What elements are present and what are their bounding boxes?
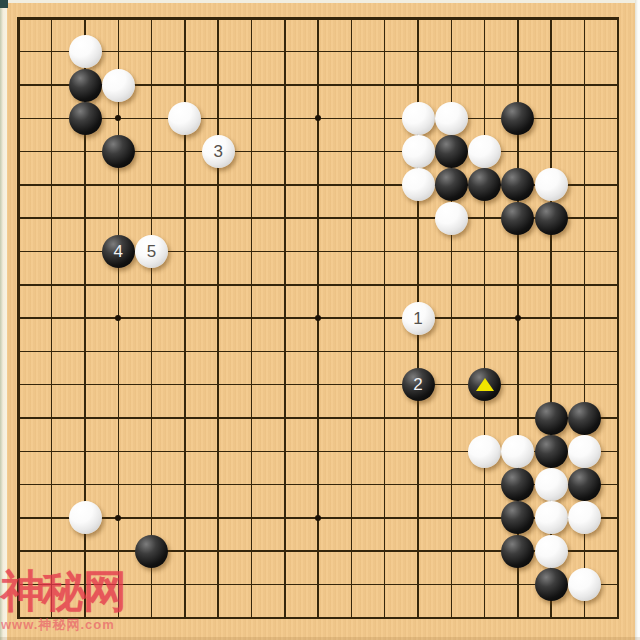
white-stone: 3 bbox=[202, 135, 235, 168]
star-point bbox=[315, 115, 321, 121]
black-stone bbox=[568, 468, 601, 501]
grid-line-horizontal bbox=[17, 584, 619, 586]
white-stone bbox=[568, 568, 601, 601]
black-stone bbox=[568, 402, 601, 435]
black-stone bbox=[468, 368, 501, 401]
left-border-strip bbox=[0, 0, 7, 640]
black-stone: 4 bbox=[102, 235, 135, 268]
grid-line-vertical bbox=[484, 17, 486, 619]
triangle-mark-icon bbox=[476, 378, 494, 391]
white-stone bbox=[69, 35, 102, 68]
move-number-label: 4 bbox=[114, 243, 123, 260]
star-point bbox=[515, 315, 521, 321]
star-point bbox=[115, 315, 121, 321]
black-stone bbox=[69, 69, 102, 102]
grid-line-vertical bbox=[617, 17, 619, 619]
move-number-label: 1 bbox=[413, 310, 422, 327]
grid-line-vertical bbox=[384, 17, 386, 619]
white-stone bbox=[402, 168, 435, 201]
star-point bbox=[315, 515, 321, 521]
white-stone bbox=[535, 535, 568, 568]
watermark-site-name: 神秘网 bbox=[1, 569, 221, 613]
white-stone bbox=[535, 468, 568, 501]
white-stone bbox=[535, 501, 568, 534]
white-stone bbox=[435, 202, 468, 235]
black-stone bbox=[435, 168, 468, 201]
white-stone: 5 bbox=[135, 235, 168, 268]
star-point bbox=[115, 515, 121, 521]
white-stone bbox=[468, 135, 501, 168]
star-point bbox=[115, 115, 121, 121]
black-stone bbox=[501, 202, 534, 235]
white-stone bbox=[535, 168, 568, 201]
white-stone bbox=[102, 69, 135, 102]
black-stone bbox=[501, 501, 534, 534]
black-stone: 2 bbox=[402, 368, 435, 401]
corner-chip bbox=[0, 0, 8, 8]
go-diagram: 34512 神秘网 www.神秘网.com bbox=[0, 0, 640, 640]
white-stone bbox=[402, 102, 435, 135]
grid-line-horizontal bbox=[17, 384, 619, 386]
black-stone bbox=[535, 202, 568, 235]
move-number-label: 3 bbox=[213, 143, 222, 160]
black-stone bbox=[501, 468, 534, 501]
black-stone bbox=[535, 435, 568, 468]
white-stone bbox=[568, 501, 601, 534]
black-stone bbox=[501, 168, 534, 201]
black-stone bbox=[102, 135, 135, 168]
white-stone bbox=[568, 435, 601, 468]
white-stone bbox=[435, 102, 468, 135]
black-stone bbox=[501, 535, 534, 568]
white-stone bbox=[402, 135, 435, 168]
white-stone bbox=[501, 435, 534, 468]
top-border-strip bbox=[0, 0, 640, 3]
right-border-strip bbox=[635, 0, 640, 640]
black-stone bbox=[535, 568, 568, 601]
grid-line-horizontal bbox=[17, 417, 619, 419]
black-stone bbox=[135, 535, 168, 568]
black-stone bbox=[535, 402, 568, 435]
white-stone bbox=[69, 501, 102, 534]
white-stone bbox=[168, 102, 201, 135]
grid-line-vertical bbox=[351, 17, 353, 619]
white-stone bbox=[468, 435, 501, 468]
move-number-label: 2 bbox=[413, 376, 422, 393]
move-number-label: 5 bbox=[147, 243, 156, 260]
black-stone bbox=[435, 135, 468, 168]
white-stone: 1 bbox=[402, 302, 435, 335]
black-stone bbox=[468, 168, 501, 201]
grid-line-horizontal bbox=[17, 617, 619, 619]
watermark: 神秘网 www.神秘网.com bbox=[1, 569, 221, 634]
grid-line-horizontal bbox=[17, 351, 619, 353]
star-point bbox=[315, 315, 321, 321]
black-stone bbox=[501, 102, 534, 135]
black-stone bbox=[69, 102, 102, 135]
